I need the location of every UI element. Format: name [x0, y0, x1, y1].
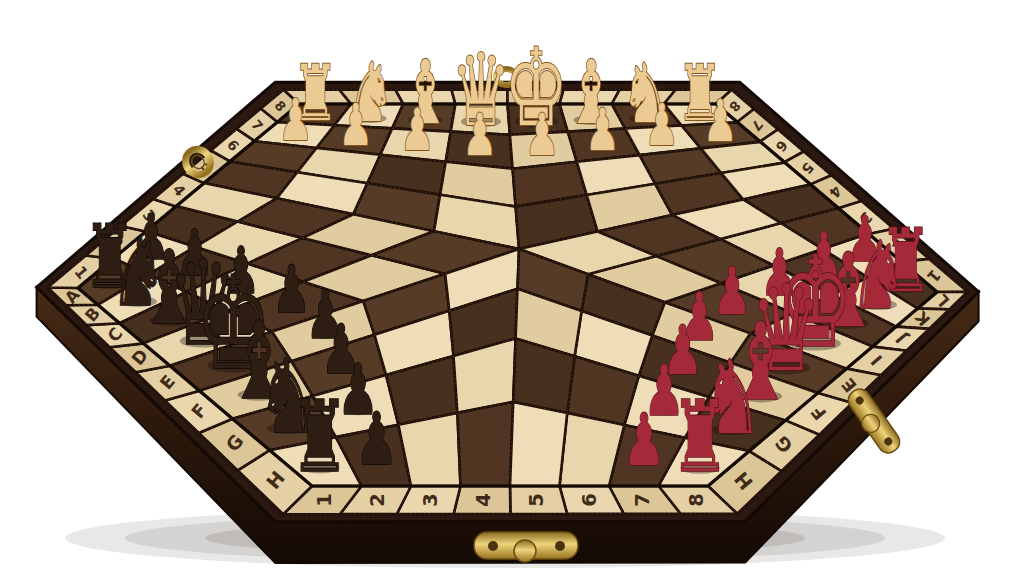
piece-glyph: ♜: [290, 379, 349, 494]
piece-red-pawn[interactable]: ♟: [623, 398, 666, 482]
piece-glyph: ♟: [339, 91, 374, 159]
border-coordinate-label: 7: [631, 493, 654, 507]
border-coordinate-label: 2: [366, 493, 389, 507]
screw-hole: [488, 541, 498, 551]
piece-glyph: ♟: [355, 397, 398, 481]
piece-white-pawn[interactable]: ♟: [278, 86, 313, 154]
bottom-clasp[interactable]: [474, 532, 578, 562]
piece-glyph: ♟: [278, 86, 313, 154]
piece-white-pawn[interactable]: ♟: [703, 86, 738, 154]
border-coordinate-label: 5: [525, 493, 548, 507]
piece-white-pawn[interactable]: ♟: [462, 101, 497, 169]
border-coordinate-label: 3: [419, 493, 442, 507]
screw-hole: [555, 541, 565, 551]
piece-white-pawn[interactable]: ♟: [585, 96, 620, 164]
piece-black-rook[interactable]: ♜: [290, 379, 349, 494]
border-coordinate-label: 6: [578, 493, 601, 507]
board-cell[interactable]: [510, 402, 567, 486]
piece-black-pawn[interactable]: ♟: [355, 397, 398, 481]
piece-glyph: ♟: [703, 86, 738, 154]
border-coordinate-label: 4: [472, 493, 495, 507]
border-coordinate-label: 1: [313, 493, 336, 507]
piece-red-rook[interactable]: ♜: [671, 379, 730, 494]
board-svg: 87654321LKJIEFGH87654321HGFEDCBA12345678…: [0, 0, 1024, 576]
piece-glyph: ♟: [585, 96, 620, 164]
three-player-chess-photo: 87654321LKJIEFGH87654321HGFEDCBA12345678…: [0, 0, 1024, 576]
border-coordinate-label: 8: [685, 493, 708, 507]
piece-white-pawn[interactable]: ♟: [339, 91, 374, 159]
clasp-knob: [514, 540, 536, 562]
piece-glyph: ♟: [524, 101, 559, 169]
piece-glyph: ♟: [462, 101, 497, 169]
piece-glyph: ♟: [623, 398, 666, 482]
board-cell[interactable]: [457, 402, 513, 486]
piece-white-pawn[interactable]: ♟: [524, 101, 559, 169]
board-cell[interactable]: [398, 413, 460, 486]
piece-glyph: ♟: [644, 91, 679, 159]
piece-white-pawn[interactable]: ♟: [644, 91, 679, 159]
piece-glyph: ♟: [400, 96, 435, 164]
piece-glyph: ♜: [671, 379, 730, 494]
piece-white-pawn[interactable]: ♟: [400, 96, 435, 164]
